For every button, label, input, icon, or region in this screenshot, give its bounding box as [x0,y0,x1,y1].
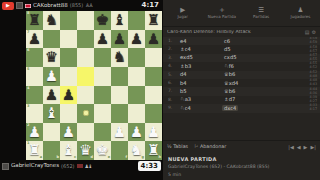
move-row-1: 1.e4c64:594:59 [163,37,320,45]
white-pawn-b5[interactable]: ♟ [45,68,58,83]
move-row-6: 6.b4♕xd44:484:43 [163,79,320,87]
square-d2[interactable] [77,123,94,142]
square-f6[interactable]: ♞ [111,48,128,67]
tab-jugar[interactable]: ▶Jugar [163,0,202,26]
square-b2[interactable] [43,123,60,142]
game-controls: ½ Tablas ⚐ Abandonar |◀◀▶▶| [163,140,320,154]
move-number: 4. [168,64,178,69]
square-d6[interactable] [77,48,94,67]
opening-name: Caro-Kann Defense: Hillbilly Attack [167,30,303,35]
square-c1[interactable]: c♝ [60,141,77,160]
square-a2[interactable]: 2♟ [26,123,43,142]
tab-partidas[interactable]: ☰Partidas [242,0,281,26]
move-number: 3. [168,56,178,61]
tab-label-0: Jugar [177,15,187,19]
square-g5[interactable] [128,67,145,86]
top-player-captured-pieces: ♙♙ [85,3,92,8]
black-pawn-b4[interactable]: ♟ [45,87,58,102]
move-row-8: 8.♘a3♗d74:394:27 [163,96,320,104]
square-f2[interactable]: ♟ [111,123,128,142]
white-pawn-f2[interactable]: ♟ [113,124,126,139]
square-h7[interactable]: ♟ [145,30,162,49]
square-d7[interactable] [77,30,94,49]
black-pawn-c4[interactable]: ♟ [62,87,75,102]
bottom-player-flag-icon [77,164,83,168]
square-e6[interactable] [94,48,111,67]
square-h4[interactable] [145,86,162,105]
move-times: 4:334:17 [310,104,317,112]
square-c7[interactable] [60,30,77,49]
move-number: 2. [168,47,178,52]
move-list: 1.e4c64:594:592.♗c4d54:584:573.exd5cxd54… [163,37,320,140]
nav-last-button[interactable]: ▶| [310,145,316,150]
square-g6[interactable] [128,48,145,67]
bottom-player-captured-pieces: ♟♝ [85,164,92,169]
square-d1[interactable]: d♛ [77,141,94,160]
square-d4[interactable] [77,86,94,105]
square-b7[interactable] [43,30,60,49]
square-d8[interactable] [77,11,94,30]
square-h8[interactable]: ♜ [145,11,162,30]
white-move-b5[interactable]: b5 [178,88,222,94]
site-logo-icon[interactable]: ▶ [2,2,14,10]
top-player-avatar [16,2,23,9]
move-times: 4:594:59 [310,37,317,45]
square-h2[interactable]: ♟ [145,123,162,142]
move-row-7: 7.b5♕b64:444:36 [163,87,320,95]
square-c8[interactable] [60,11,77,30]
square-h3[interactable] [145,104,162,123]
app-screen: ▶ CAKobratt88 (855) ♙♙ 4:17 8♜♞♚♝♜7♟♟♟♟♟… [0,0,320,180]
white-knight-g1[interactable]: ♞ [130,143,143,158]
square-d5[interactable] [77,67,94,86]
square-g8[interactable] [128,11,145,30]
white-king-e1[interactable]: ♚ [96,143,109,158]
new-game-section: NUEVA PARTIDA GabrielCrayTones (652) - C… [163,154,320,180]
square-b3[interactable]: ♝ [43,104,60,123]
move-number: 6. [168,81,178,86]
square-b4[interactable]: ♟ [43,86,60,105]
black-pawn-a7[interactable]: ♟ [28,31,41,46]
move-row-5: 5.d4♕b64:524:48 [163,71,320,79]
top-player-clock: 4:17 [142,2,161,9]
draw-offer-button[interactable]: ½ Tablas [167,145,188,150]
bottom-player-rating: (652) [61,164,74,169]
square-f4[interactable] [111,86,128,105]
tab-label-2: Partidas [253,15,269,19]
black-queen-b6[interactable]: ♛ [45,50,58,65]
tab-nueva-partida[interactable]: +Nueva Partida [202,0,241,26]
square-f8[interactable]: ♝ [111,11,128,30]
white-rook-a1[interactable]: ♜ [28,143,41,158]
settings-gear-icon[interactable]: ⚙ [312,30,316,35]
square-f7[interactable]: ♟ [111,30,128,49]
square-f5[interactable] [111,67,128,86]
file-label-f: f [125,156,127,160]
top-player-rating: (855) [70,3,83,8]
move-number: 5. [168,73,178,78]
nav-first-button[interactable]: |◀ [288,145,294,150]
nav-next-button[interactable]: ▶ [304,145,308,150]
black-move-♕b6[interactable]: ♕b6 [222,72,266,78]
rank-label-4: 4 [27,87,29,91]
black-bishop-f8[interactable]: ♝ [113,13,126,28]
white-move-b4[interactable]: b4 [178,80,222,86]
white-pawn-c2[interactable]: ♟ [62,124,75,139]
square-e5[interactable] [94,67,111,86]
sidebar: ▶Jugar+Nueva Partida☰Partidas♟Jugadores … [163,0,320,180]
tab-jugadores[interactable]: ♟Jugadores [281,0,320,26]
black-rook-h8[interactable]: ♜ [147,13,160,28]
square-g3[interactable] [128,104,145,123]
resign-button[interactable]: ⚐ Abandonar [194,145,226,150]
white-move-e4[interactable]: e4 [178,38,222,44]
square-h6[interactable] [145,48,162,67]
tab-icon-0: ▶ [180,7,185,14]
black-move-dxc4[interactable]: dxc4 [222,105,266,111]
square-c5[interactable] [60,67,77,86]
square-g7[interactable]: ♟ [128,30,145,49]
new-game-pairing[interactable]: GabrielCrayTones (652) - CAKobratt88 (85… [168,164,315,170]
nav-prev-button[interactable]: ◀ [297,145,301,150]
move-row-9: 9.♘c4dxc44:334:17 [163,104,320,112]
white-queen-d1[interactable]: ♛ [79,143,92,158]
black-move-d5[interactable]: d5 [222,46,266,52]
square-a1[interactable]: 1a♜ [26,141,43,160]
black-pawn-h7[interactable]: ♟ [147,31,160,46]
bottom-player-avatar [2,163,9,170]
game-column: ▶ CAKobratt88 (855) ♙♙ 4:17 8♜♞♚♝♜7♟♟♟♟♟… [0,0,163,180]
square-b6[interactable]: ♛ [43,48,60,67]
bottom-player-clock: 4:33 [138,161,161,171]
square-f1[interactable]: f [111,141,128,160]
square-h1[interactable]: h♜ [145,141,162,160]
chess-board[interactable]: 8♜♞♚♝♜7♟♟♟♟♟6♛♞5♟4♟♟3♝2♟♟♟♟♟1a♜bc♝d♛e♚fg… [26,11,162,160]
move-row-2: 2.♗c4d54:584:57 [163,45,320,53]
file-label-b: b [56,156,59,160]
black-move-♕xd4[interactable]: ♕xd4 [222,80,266,86]
square-g1[interactable]: g♞ [128,141,145,160]
move-number: 1. [168,39,178,44]
move-row-3: 3.exd5cxd54:574:55 [163,54,320,62]
black-move-♘f6[interactable]: ♘f6 [222,63,266,69]
opening-row: Caro-Kann Defense: Hillbilly Attack ▤ ⚙ [163,27,320,37]
square-a4[interactable]: 4 [26,86,43,105]
square-b8[interactable]: ♞ [43,11,60,30]
move-row-4: 4.♗b3♘f64:554:52 [163,62,320,70]
move-nav: |◀◀▶▶| [288,145,316,150]
square-e7[interactable]: ♟ [94,30,111,49]
black-pawn-e7[interactable]: ♟ [96,31,109,46]
white-move-♘c4[interactable]: ♘c4 [178,105,222,111]
cursor-marker [83,110,89,116]
white-move-♗c4[interactable]: ♗c4 [178,46,222,52]
square-b5[interactable]: ♟ [43,67,60,86]
square-a6[interactable]: 6 [26,48,43,67]
white-pawn-a2[interactable]: ♟ [28,124,41,139]
square-e8[interactable]: ♚ [94,11,111,30]
square-c3[interactable] [60,104,77,123]
square-b1[interactable]: b [43,141,60,160]
tab-label-3: Jugadores [290,15,310,19]
white-pawn-g2[interactable]: ♟ [130,124,143,139]
white-move-d4[interactable]: d4 [178,72,222,78]
square-a5[interactable]: 5 [26,67,43,86]
square-a3[interactable]: 3 [26,104,43,123]
move-number: 8. [168,98,178,103]
square-a8[interactable]: 8♜ [26,11,43,30]
top-player-bar: ▶ CAKobratt88 (855) ♙♙ 4:17 [0,0,163,11]
bottom-player-name[interactable]: GabrielCrayTones [11,163,59,169]
square-c6[interactable] [60,48,77,67]
move-times: 4:484:43 [310,79,317,87]
square-g2[interactable]: ♟ [128,123,145,142]
black-king-e8[interactable]: ♚ [96,13,109,28]
white-bishop-b3[interactable]: ♝ [45,106,58,121]
tab-icon-2: ☰ [258,7,264,14]
rank-label-5: 5 [27,68,29,72]
square-g4[interactable] [128,86,145,105]
square-e1[interactable]: e♚ [94,141,111,160]
black-move-c6[interactable]: c6 [222,38,266,44]
top-player-name[interactable]: CAKobratt88 [33,3,68,9]
black-rook-a8[interactable]: ♜ [28,13,41,28]
white-pawn-h2[interactable]: ♟ [147,124,160,139]
white-bishop-c1[interactable]: ♝ [62,143,75,158]
moves-copy-icon[interactable]: ▤ [305,30,310,35]
square-c4[interactable]: ♟ [60,86,77,105]
square-a7[interactable]: 7♟ [26,30,43,49]
white-rook-h1[interactable]: ♜ [147,143,160,158]
black-move-♕b6[interactable]: ♕b6 [222,88,266,94]
square-e4[interactable] [94,86,111,105]
move-number: 7. [168,89,178,94]
white-move-exd5[interactable]: exd5 [178,55,222,61]
top-player-flag-icon [25,4,31,8]
sidebar-tabs: ▶Jugar+Nueva Partida☰Partidas♟Jugadores [163,0,320,27]
new-game-header: NUEVA PARTIDA [168,157,315,162]
black-pawn-f7[interactable]: ♟ [113,31,126,46]
black-knight-f6[interactable]: ♞ [113,50,126,65]
rank-label-6: 6 [27,49,29,53]
square-c2[interactable]: ♟ [60,123,77,142]
white-move-♗b3[interactable]: ♗b3 [178,63,222,69]
black-move-cxd5[interactable]: cxd5 [222,55,266,61]
tab-label-1: Nueva Partida [208,15,236,19]
square-h5[interactable] [145,67,162,86]
rank-label-3: 3 [27,105,29,109]
black-knight-b8[interactable]: ♞ [45,13,58,28]
white-move-♘a3[interactable]: ♘a3 [178,97,222,103]
black-pawn-g7[interactable]: ♟ [130,31,143,46]
new-game-time-control: 5 min [168,172,315,178]
move-number: 9. [168,106,178,111]
black-move-♗d7[interactable]: ♗d7 [222,97,266,103]
tab-icon-1: + [219,7,224,14]
square-e2[interactable] [94,123,111,142]
square-e3[interactable] [94,104,111,123]
square-f3[interactable] [111,104,128,123]
tab-icon-3: ♟ [297,7,303,14]
bottom-player-bar: GabrielCrayTones (652) ♟♝ 4:33 [0,160,163,172]
